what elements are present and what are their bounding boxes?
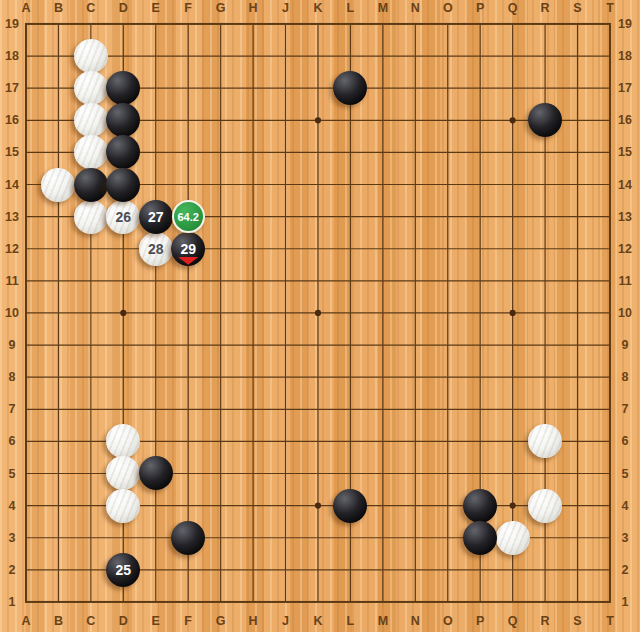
stone-white: [528, 424, 562, 458]
stone-white: [74, 103, 108, 137]
stone-white: [496, 521, 530, 555]
move-number: 29: [180, 242, 196, 256]
stone-black: [171, 521, 205, 555]
stone-white: [74, 200, 108, 234]
stone-white: [106, 456, 140, 490]
stone-black: [528, 103, 562, 137]
stone-white: 28: [139, 232, 173, 266]
stone-black: [463, 489, 497, 523]
stone-black: [106, 71, 140, 105]
stone-white: [74, 135, 108, 169]
stone-black: [333, 489, 367, 523]
stone-black: 29: [171, 232, 205, 266]
stone-black: [463, 521, 497, 555]
stone-black: 25: [106, 553, 140, 587]
stone-black: [106, 103, 140, 137]
stone-white: [106, 489, 140, 523]
stone-white: [41, 168, 75, 202]
stone-white: [528, 489, 562, 523]
stone-black: [106, 168, 140, 202]
last-move-red-marker: [178, 257, 199, 265]
stone-black: 27: [139, 200, 173, 234]
stone-white: [106, 424, 140, 458]
stone-black: [106, 135, 140, 169]
move-number: 28: [148, 242, 164, 256]
stone-black: [74, 168, 108, 202]
move-number: 26: [116, 210, 132, 224]
go-board-grid[interactable]: 262827292564.2: [10, 8, 626, 618]
stone-white: [74, 71, 108, 105]
ai-suggestion-marker[interactable]: 64.2: [172, 200, 205, 233]
stone-black: [333, 71, 367, 105]
stone-black: [139, 456, 173, 490]
stone-white: [74, 39, 108, 73]
stone-white: 26: [106, 200, 140, 234]
go-analysis-board: AABBCCDDEEFFGGHHJJKKLLMMNNOOPPQQRRSSTT19…: [0, 0, 640, 632]
ai-winrate-value: 64.2: [177, 211, 198, 223]
move-number: 27: [148, 210, 164, 224]
move-number: 25: [116, 563, 132, 577]
